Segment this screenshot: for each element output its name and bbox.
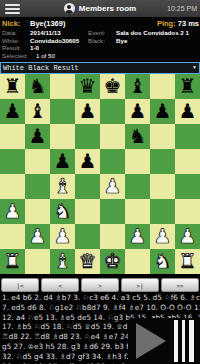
black-piece: ♝ [129, 74, 147, 99]
result-label: Result: [0, 44, 30, 51]
square-e8[interactable]: ♚ [100, 74, 125, 99]
action-bar: Members room 10:25 PM [0, 0, 200, 18]
game-selector-text: White Black Result [3, 64, 79, 72]
square-g4[interactable] [150, 174, 175, 199]
nick-label: Nick: [0, 19, 30, 28]
square-g7[interactable]: ♟ [150, 99, 175, 124]
square-b4[interactable] [25, 174, 50, 199]
square-e1[interactable]: ♚ [100, 249, 125, 274]
nav-button-end[interactable]: >> [161, 278, 199, 292]
white-piece: ♝ [54, 249, 72, 274]
black-piece: ♟ [79, 149, 97, 174]
square-b3[interactable] [25, 199, 50, 224]
square-e4[interactable]: ♟ [100, 174, 125, 199]
square-h4[interactable] [175, 174, 200, 199]
black-piece: ♛ [79, 74, 97, 99]
square-a2[interactable] [0, 224, 25, 249]
square-f8[interactable]: ♝ [125, 74, 150, 99]
square-c8[interactable] [50, 74, 75, 99]
square-a7[interactable]: ♟ [0, 99, 25, 124]
square-c5[interactable]: ♟ [50, 149, 75, 174]
square-g1[interactable]: ♞ [150, 249, 175, 274]
white-piece: ♟ [129, 224, 147, 249]
hamburger-menu-icon[interactable] [0, 0, 26, 17]
square-d4[interactable] [75, 174, 100, 199]
black-piece: ♝ [29, 99, 47, 124]
square-f6[interactable]: ♞ [125, 124, 150, 149]
square-d8[interactable]: ♛ [75, 74, 100, 99]
black-piece: ♞ [129, 124, 147, 149]
white-label: White: [0, 37, 30, 44]
nav-button-prev[interactable]: < [41, 278, 79, 292]
white-value: Convidado30605 [30, 37, 88, 44]
result-value: 1-0 [30, 44, 39, 51]
square-d5[interactable]: ♟ [75, 149, 100, 174]
watermark-bar [189, 320, 194, 362]
move-line[interactable]: 1. e4 b6 2. d4 ♗b7 3. ♘c3 e6 4. a3 c5 5.… [2, 293, 200, 303]
chess-app-window: Members room 10:25 PM Nick: Bye(1369) Pi… [0, 0, 200, 364]
square-e3[interactable] [100, 199, 125, 224]
black-piece: ♟ [29, 124, 47, 149]
square-b5[interactable] [25, 149, 50, 174]
black-piece: ♜ [4, 74, 22, 99]
square-e6[interactable] [100, 124, 125, 149]
event-value: Sala dos Convidados 2 1 [116, 29, 189, 36]
square-f1[interactable] [125, 249, 150, 274]
black-piece: ♟ [4, 99, 22, 124]
square-a5[interactable] [0, 149, 25, 174]
square-f5[interactable] [125, 149, 150, 174]
square-h6[interactable] [175, 124, 200, 149]
square-c6[interactable] [50, 124, 75, 149]
square-f3[interactable] [125, 199, 150, 224]
move-text[interactable]: 7. ed5 d6 8. ♘g1e2 ♘b8d7 9. ♗f4 ♗e7 10. … [2, 303, 200, 312]
square-c2[interactable]: ♟ [50, 224, 75, 249]
square-h3[interactable] [175, 199, 200, 224]
white-piece: ♞ [54, 199, 72, 224]
room-avatar-icon [64, 3, 75, 14]
nav-button-next[interactable]: > [81, 278, 119, 292]
square-f2[interactable]: ♟ [125, 224, 150, 249]
square-h8[interactable]: ♜ [175, 74, 200, 99]
black-piece: ♚ [104, 74, 122, 99]
white-piece: ♟ [179, 224, 197, 249]
square-g5[interactable] [150, 149, 175, 174]
play-icon [136, 323, 166, 359]
square-d6[interactable] [75, 124, 100, 149]
black-piece: ♟ [79, 99, 97, 124]
square-f4[interactable] [125, 174, 150, 199]
white-piece: ♟ [29, 224, 47, 249]
white-piece: ♚ [104, 249, 122, 274]
date-label: Data: [0, 29, 30, 36]
white-piece: ♜ [4, 249, 22, 274]
chevron-down-icon: ▼ [193, 65, 196, 71]
game-info-panel: Nick: Bye(1369) Ping: 73 ms Data: 2014/1… [0, 17, 200, 62]
white-piece: ♞ [154, 249, 172, 274]
square-b8[interactable]: ♞ [25, 74, 50, 99]
page-title: Members room [79, 4, 136, 13]
nick-value: Bye(1369) [30, 19, 65, 28]
black-piece: ♟ [154, 99, 172, 124]
date-value: 2014/11/13 [30, 29, 88, 36]
black-value: Bye [116, 37, 127, 44]
clock-text: 10:25 PM [167, 0, 197, 17]
play-watermark-overlay[interactable] [128, 318, 200, 364]
square-a4[interactable] [0, 174, 25, 199]
watermark-bar [182, 320, 185, 362]
square-h2[interactable]: ♟ [175, 224, 200, 249]
square-e5[interactable] [100, 149, 125, 174]
ping-label: Ping: [157, 19, 176, 28]
black-piece: ♟ [179, 99, 197, 124]
white-piece: ♟ [54, 224, 72, 249]
square-d1[interactable]: ♛ [75, 249, 100, 274]
selected-label: Selected: [0, 52, 36, 59]
event-label: Event: [88, 29, 116, 36]
square-a3[interactable]: ♟ [0, 199, 25, 224]
square-b2[interactable]: ♟ [25, 224, 50, 249]
square-d3[interactable] [75, 199, 100, 224]
square-b7[interactable]: ♝ [25, 99, 50, 124]
square-a6[interactable] [0, 124, 25, 149]
nav-button-last[interactable]: >| [121, 278, 159, 292]
white-piece: ♝ [54, 174, 72, 199]
square-c1[interactable]: ♝ [50, 249, 75, 274]
white-piece: ♟ [154, 224, 172, 249]
square-a1[interactable]: ♜ [0, 249, 25, 274]
square-c4[interactable]: ♝ [50, 174, 75, 199]
black-piece: ♟ [54, 149, 72, 174]
square-b1[interactable] [25, 249, 50, 274]
square-e7[interactable] [100, 99, 125, 124]
move-line[interactable]: 7. ed5 d6 8. ♘g1e2 ♘b8d7 9. ♗f4 ♗e7 10. … [2, 303, 200, 313]
white-piece: ♟ [104, 174, 122, 199]
black-piece: ♞ [29, 74, 47, 99]
square-d2[interactable] [75, 224, 100, 249]
black-piece: ♟ [129, 99, 147, 124]
square-c3[interactable]: ♞ [50, 199, 75, 224]
black-piece: ♜ [179, 74, 197, 99]
move-text[interactable]: 1. e4 b6 2. d4 ♗b7 3. ♘c3 e6 4. a3 c5 5.… [2, 293, 200, 302]
square-g6[interactable] [150, 124, 175, 149]
square-a8[interactable]: ♜ [0, 74, 25, 99]
white-piece: ♜ [179, 249, 197, 274]
game-selector-dropdown[interactable]: White Black Result ▼ [0, 62, 200, 74]
watermark-bar [174, 320, 178, 362]
square-d7[interactable]: ♟ [75, 99, 100, 124]
move-nav-toolbar: |<<>>|>> [0, 274, 200, 293]
square-g8[interactable] [150, 74, 175, 99]
square-g3[interactable] [150, 199, 175, 224]
square-c7[interactable] [50, 99, 75, 124]
square-h5[interactable] [175, 149, 200, 174]
square-g2[interactable]: ♟ [150, 224, 175, 249]
ping-value: 73 ms [178, 19, 199, 28]
square-e2[interactable] [100, 224, 125, 249]
chess-board[interactable]: ♜♞♛♚♝♜♟♝♟♟♟♟♟♞♟♟♝♟♟♞♟♟♟♟♟♜♝♛♚♞♜ [0, 74, 200, 274]
black-label: Black: [88, 37, 116, 44]
white-piece: ♟ [4, 199, 22, 224]
square-h7[interactable]: ♟ [175, 99, 200, 124]
square-b6[interactable]: ♟ [25, 124, 50, 149]
square-h1[interactable]: ♜ [175, 249, 200, 274]
nav-button-first[interactable]: |< [1, 278, 39, 292]
white-piece: ♛ [79, 249, 97, 274]
selected-value: 1 of 50 [36, 52, 55, 59]
square-f7[interactable]: ♟ [125, 99, 150, 124]
